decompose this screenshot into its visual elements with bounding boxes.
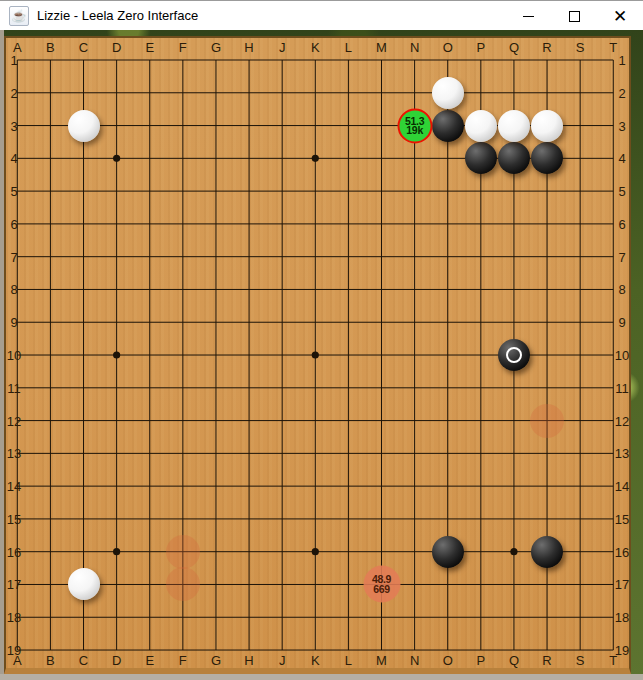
title-bar: ☕ Lizzie - Leela Zero Interface ✕ bbox=[0, 0, 643, 30]
coord-label-right-8: 8 bbox=[618, 282, 625, 297]
window-controls: ✕ bbox=[505, 1, 643, 31]
coord-label-top-O: O bbox=[443, 40, 453, 55]
last-move-marker bbox=[506, 347, 522, 363]
coord-label-left-2: 2 bbox=[10, 85, 17, 100]
coord-label-top-E: E bbox=[145, 40, 154, 55]
faint-move-F17[interactable] bbox=[166, 567, 200, 601]
close-icon: ✕ bbox=[613, 8, 627, 25]
coord-label-bottom-L: L bbox=[345, 653, 352, 668]
coord-label-left-9: 9 bbox=[10, 315, 17, 330]
coord-label-left-5: 5 bbox=[10, 184, 17, 199]
coord-label-right-19: 19 bbox=[615, 643, 629, 658]
star-point-K4 bbox=[312, 155, 319, 162]
stone-black-R4 bbox=[531, 142, 563, 174]
window-title: Lizzie - Leela Zero Interface bbox=[37, 8, 198, 23]
visits-value: 669 bbox=[373, 584, 390, 594]
coord-label-right-15: 15 bbox=[615, 511, 629, 526]
coord-label-left-14: 14 bbox=[7, 479, 21, 494]
coord-label-left-7: 7 bbox=[10, 249, 17, 264]
coord-label-top-G: G bbox=[211, 40, 221, 55]
coord-label-left-11: 11 bbox=[7, 380, 21, 395]
coord-label-right-1: 1 bbox=[618, 53, 625, 68]
stone-white-C17 bbox=[68, 568, 100, 600]
close-button[interactable]: ✕ bbox=[597, 1, 643, 31]
stone-white-P3 bbox=[465, 110, 497, 142]
coord-label-bottom-E: E bbox=[145, 653, 154, 668]
best-move-N3[interactable]: 51.319k bbox=[397, 108, 432, 143]
coord-label-left-1: 1 bbox=[10, 53, 17, 68]
coord-label-bottom-P: P bbox=[476, 653, 485, 668]
stone-black-R16 bbox=[531, 536, 563, 568]
stone-black-P4 bbox=[465, 142, 497, 174]
coord-label-right-5: 5 bbox=[618, 184, 625, 199]
coord-label-right-12: 12 bbox=[615, 413, 629, 428]
faint-move-R12[interactable] bbox=[530, 404, 564, 438]
coord-label-right-3: 3 bbox=[618, 118, 625, 133]
java-app-icon: ☕ bbox=[9, 6, 29, 26]
coord-label-bottom-H: H bbox=[244, 653, 253, 668]
coord-label-bottom-R: R bbox=[542, 653, 551, 668]
stone-white-O2 bbox=[432, 77, 464, 109]
coord-label-bottom-J: J bbox=[279, 653, 286, 668]
coord-label-top-H: H bbox=[244, 40, 253, 55]
coord-label-top-Q: Q bbox=[509, 40, 519, 55]
coord-label-top-L: L bbox=[345, 40, 352, 55]
coord-label-top-N: N bbox=[410, 40, 419, 55]
coord-label-top-F: F bbox=[179, 40, 187, 55]
stone-black-Q4 bbox=[498, 142, 530, 174]
app-background: AABBCCDDEEFFGGHHJJKKLLMMNNOOPPQQRRSSTT11… bbox=[0, 30, 643, 680]
coord-label-bottom-M: M bbox=[376, 653, 387, 668]
stone-white-C3 bbox=[68, 110, 100, 142]
coord-label-bottom-K: K bbox=[311, 653, 320, 668]
visits-value: 19k bbox=[406, 126, 423, 136]
coord-label-right-18: 18 bbox=[615, 610, 629, 625]
candidate-move-M17[interactable]: 48.9669 bbox=[363, 566, 400, 603]
background-strip-bottom bbox=[0, 674, 643, 680]
coord-label-bottom-C: C bbox=[79, 653, 88, 668]
coord-label-left-18: 18 bbox=[7, 610, 21, 625]
coord-label-top-J: J bbox=[279, 40, 286, 55]
stone-black-Q10 bbox=[498, 339, 530, 371]
go-board[interactable]: AABBCCDDEEFFGGHHJJKKLLMMNNOOPPQQRRSSTT11… bbox=[4, 36, 631, 674]
coord-label-top-K: K bbox=[311, 40, 320, 55]
minimize-button[interactable] bbox=[505, 1, 551, 31]
coord-label-right-16: 16 bbox=[615, 544, 629, 559]
faint-move-F16[interactable] bbox=[166, 535, 200, 569]
star-point-K10 bbox=[312, 351, 319, 358]
coord-label-left-13: 13 bbox=[7, 446, 21, 461]
coord-label-right-17: 17 bbox=[615, 577, 629, 592]
coord-label-right-10: 10 bbox=[615, 348, 629, 363]
maximize-icon bbox=[569, 11, 580, 22]
star-point-K16 bbox=[312, 548, 319, 555]
coord-label-top-C: C bbox=[79, 40, 88, 55]
maximize-button[interactable] bbox=[551, 1, 597, 31]
coord-label-left-16: 16 bbox=[7, 544, 21, 559]
star-point-D16 bbox=[113, 548, 120, 555]
coord-label-right-9: 9 bbox=[618, 315, 625, 330]
coord-label-left-3: 3 bbox=[10, 118, 17, 133]
coord-label-left-6: 6 bbox=[10, 216, 17, 231]
coord-label-top-T: T bbox=[609, 40, 617, 55]
coord-label-bottom-G: G bbox=[211, 653, 221, 668]
coord-label-right-4: 4 bbox=[618, 151, 625, 166]
coord-label-right-13: 13 bbox=[615, 446, 629, 461]
coord-label-left-17: 17 bbox=[7, 577, 21, 592]
stone-white-R3 bbox=[531, 110, 563, 142]
coord-label-top-R: R bbox=[542, 40, 551, 55]
coord-label-left-15: 15 bbox=[7, 511, 21, 526]
coord-label-top-S: S bbox=[576, 40, 585, 55]
stone-black-O3 bbox=[432, 110, 464, 142]
stone-white-Q3 bbox=[498, 110, 530, 142]
coord-label-left-4: 4 bbox=[10, 151, 17, 166]
coord-label-left-10: 10 bbox=[7, 348, 21, 363]
coord-label-top-M: M bbox=[376, 40, 387, 55]
coord-label-right-7: 7 bbox=[618, 249, 625, 264]
coord-label-bottom-D: D bbox=[112, 653, 121, 668]
star-point-D4 bbox=[113, 155, 120, 162]
coord-label-bottom-N: N bbox=[410, 653, 419, 668]
coord-label-top-P: P bbox=[476, 40, 485, 55]
coord-label-left-12: 12 bbox=[7, 413, 21, 428]
coord-label-right-11: 11 bbox=[615, 380, 629, 395]
minimize-icon bbox=[523, 16, 534, 17]
star-point-Q16 bbox=[510, 548, 517, 555]
coord-label-bottom-S: S bbox=[576, 653, 585, 668]
coord-label-bottom-Q: Q bbox=[509, 653, 519, 668]
coord-label-bottom-B: B bbox=[46, 653, 55, 668]
lizzie-window: ☕ Lizzie - Leela Zero Interface ✕ AABBCC… bbox=[0, 0, 643, 680]
coord-label-top-B: B bbox=[46, 40, 55, 55]
coord-label-top-D: D bbox=[112, 40, 121, 55]
coord-label-bottom-F: F bbox=[179, 653, 187, 668]
coord-label-left-8: 8 bbox=[10, 282, 17, 297]
coord-label-left-19: 19 bbox=[7, 643, 21, 658]
stone-black-O16 bbox=[432, 536, 464, 568]
coord-label-right-2: 2 bbox=[618, 85, 625, 100]
coord-label-right-14: 14 bbox=[615, 479, 629, 494]
star-point-D10 bbox=[113, 351, 120, 358]
coord-label-right-6: 6 bbox=[618, 216, 625, 231]
coord-label-bottom-O: O bbox=[443, 653, 453, 668]
